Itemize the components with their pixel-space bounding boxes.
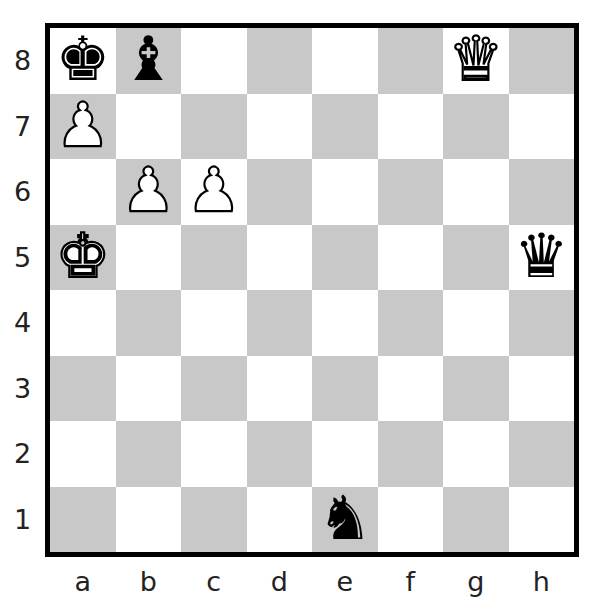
square-b5[interactable] <box>116 225 182 291</box>
square-c8[interactable] <box>181 28 247 94</box>
square-h7[interactable] <box>509 94 575 160</box>
square-c7[interactable] <box>181 94 247 160</box>
square-b8[interactable]: ♝ <box>116 28 182 94</box>
square-f5[interactable] <box>378 225 444 291</box>
square-b7[interactable] <box>116 94 182 160</box>
white-pawn: ♟ <box>55 92 110 158</box>
square-c6[interactable]: ♟ <box>181 159 247 225</box>
square-h4[interactable] <box>509 290 575 356</box>
rank-label-7: 7 <box>0 94 45 160</box>
square-h8[interactable] <box>509 28 575 94</box>
square-c1[interactable] <box>181 487 247 553</box>
file-label-g: g <box>443 557 509 605</box>
square-g3[interactable] <box>443 356 509 422</box>
chess-diagram: 87654321 ♚♝♛♟♟♟♚♛♞ abcdefgh <box>0 0 600 611</box>
rank-label-6: 6 <box>0 159 45 225</box>
square-g8[interactable]: ♛ <box>443 28 509 94</box>
square-e3[interactable] <box>312 356 378 422</box>
square-a6[interactable] <box>50 159 116 225</box>
square-h6[interactable] <box>509 159 575 225</box>
rank-label-2: 2 <box>0 421 45 487</box>
file-label-f: f <box>378 557 444 605</box>
square-e2[interactable] <box>312 421 378 487</box>
white-queen: ♛ <box>448 26 503 92</box>
rank-label-4: 4 <box>0 290 45 356</box>
square-c4[interactable] <box>181 290 247 356</box>
square-e6[interactable] <box>312 159 378 225</box>
rank-label-5: 5 <box>0 225 45 291</box>
square-e8[interactable] <box>312 28 378 94</box>
black-knight: ♞ <box>317 485 372 551</box>
square-b6[interactable]: ♟ <box>116 159 182 225</box>
square-d3[interactable] <box>247 356 313 422</box>
square-g7[interactable] <box>443 94 509 160</box>
square-d5[interactable] <box>247 225 313 291</box>
square-d2[interactable] <box>247 421 313 487</box>
rank-label-3: 3 <box>0 356 45 422</box>
square-g6[interactable] <box>443 159 509 225</box>
square-e1[interactable]: ♞ <box>312 487 378 553</box>
square-a5[interactable]: ♚ <box>50 225 116 291</box>
square-a3[interactable] <box>50 356 116 422</box>
black-bishop: ♝ <box>121 26 176 92</box>
file-label-c: c <box>181 557 247 605</box>
square-g4[interactable] <box>443 290 509 356</box>
square-f1[interactable] <box>378 487 444 553</box>
square-g5[interactable] <box>443 225 509 291</box>
square-c5[interactable] <box>181 225 247 291</box>
square-a7[interactable]: ♟ <box>50 94 116 160</box>
square-c2[interactable] <box>181 421 247 487</box>
square-b4[interactable] <box>116 290 182 356</box>
file-label-d: d <box>247 557 313 605</box>
black-king: ♚ <box>55 26 110 92</box>
file-label-b: b <box>116 557 182 605</box>
file-labels: abcdefgh <box>50 557 574 605</box>
square-f4[interactable] <box>378 290 444 356</box>
square-g2[interactable] <box>443 421 509 487</box>
square-d6[interactable] <box>247 159 313 225</box>
square-e4[interactable] <box>312 290 378 356</box>
square-h1[interactable] <box>509 487 575 553</box>
square-b3[interactable] <box>116 356 182 422</box>
square-c3[interactable] <box>181 356 247 422</box>
square-h2[interactable] <box>509 421 575 487</box>
square-a1[interactable] <box>50 487 116 553</box>
rank-label-1: 1 <box>0 487 45 553</box>
square-a4[interactable] <box>50 290 116 356</box>
rank-label-8: 8 <box>0 28 45 94</box>
file-label-a: a <box>50 557 116 605</box>
white-king: ♚ <box>55 223 110 289</box>
square-f7[interactable] <box>378 94 444 160</box>
square-b2[interactable] <box>116 421 182 487</box>
file-label-h: h <box>509 557 575 605</box>
square-d4[interactable] <box>247 290 313 356</box>
square-g1[interactable] <box>443 487 509 553</box>
white-pawn: ♟ <box>186 157 241 223</box>
square-e5[interactable] <box>312 225 378 291</box>
square-f8[interactable] <box>378 28 444 94</box>
square-d8[interactable] <box>247 28 313 94</box>
rank-labels: 87654321 <box>0 28 45 552</box>
file-label-e: e <box>312 557 378 605</box>
white-pawn: ♟ <box>121 157 176 223</box>
square-f3[interactable] <box>378 356 444 422</box>
square-h5[interactable]: ♛ <box>509 225 575 291</box>
square-d7[interactable] <box>247 94 313 160</box>
square-f2[interactable] <box>378 421 444 487</box>
square-a8[interactable]: ♚ <box>50 28 116 94</box>
square-d1[interactable] <box>247 487 313 553</box>
square-b1[interactable] <box>116 487 182 553</box>
black-queen: ♛ <box>514 223 569 289</box>
square-h3[interactable] <box>509 356 575 422</box>
square-a2[interactable] <box>50 421 116 487</box>
square-f6[interactable] <box>378 159 444 225</box>
square-e7[interactable] <box>312 94 378 160</box>
chess-board: ♚♝♛♟♟♟♚♛♞ <box>45 23 579 557</box>
